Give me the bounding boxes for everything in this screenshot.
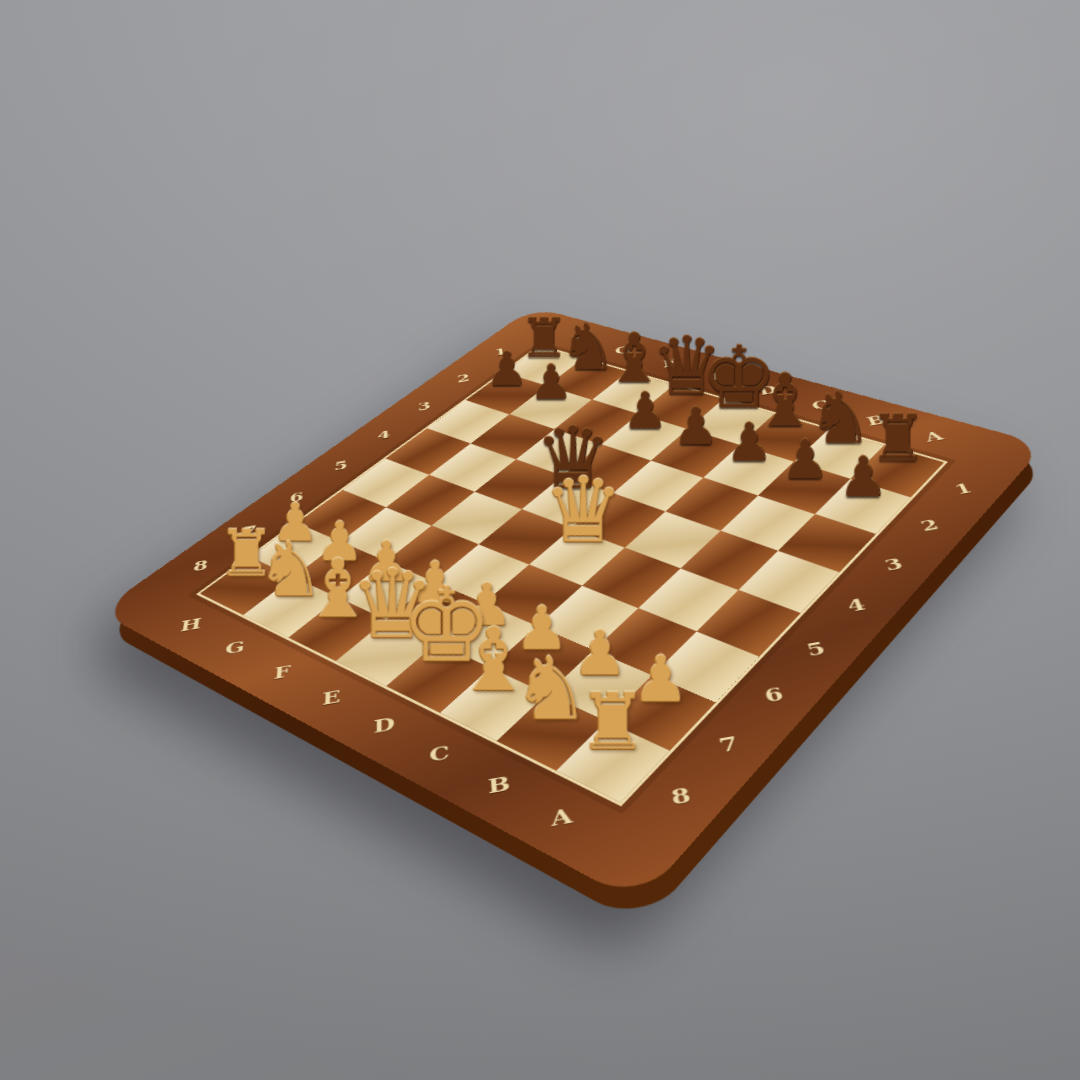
file-label-near-A: A (550, 803, 574, 831)
file-label-near-H: H (179, 614, 203, 635)
squares: ♜♞♝♛♚♝♞♜♟♟♟♟♟♟♟♛♛♟♟♟♟♟♟♟♟♜♞♝♛♚♝♞♜ (196, 345, 948, 807)
rank-label-right-6: 6 (762, 683, 786, 707)
rank-label-right-7: 7 (716, 731, 740, 756)
rank-label-right-3: 3 (882, 554, 906, 574)
piece-white-rook-a8[interactable]: ♜ (572, 683, 653, 761)
square-a3[interactable] (778, 514, 876, 572)
piece-white-queen-d5[interactable]: ♛ (543, 466, 611, 556)
board-photo-scene: ♜♞♝♛♚♝♞♜♟♟♟♟♟♟♟♛♛♟♟♟♟♟♟♟♟♜♞♝♛♚♝♞♜ HHGGFF… (178, 134, 966, 922)
file-label-near-D: D (373, 713, 395, 737)
rank-label-left-5: 5 (334, 458, 348, 473)
rank-label-right-8: 8 (669, 783, 693, 810)
piece-black-pawn-g2[interactable]: ♟ (521, 359, 580, 407)
file-label-near-E: E (322, 686, 341, 709)
piece-black-pawn-a2[interactable]: ♟ (829, 450, 897, 505)
file-label-near-G: G (224, 637, 246, 658)
file-label-near-C: C (429, 741, 450, 766)
rank-label-left-3: 3 (418, 399, 432, 413)
file-label-near-B: B (487, 771, 511, 798)
rank-label-right-5: 5 (804, 638, 828, 660)
rank-label-right-1: 1 (951, 480, 975, 498)
rank-label-left-2: 2 (456, 372, 470, 385)
file-label-near-F: F (273, 661, 291, 682)
square-a8[interactable]: ♜ (556, 721, 669, 802)
rank-label-left-4: 4 (377, 428, 390, 443)
rank-label-right-2: 2 (917, 516, 941, 535)
square-a2[interactable]: ♟ (815, 479, 910, 534)
rank-label-left-8: 8 (192, 557, 209, 575)
rank-label-right-4: 4 (844, 595, 868, 616)
